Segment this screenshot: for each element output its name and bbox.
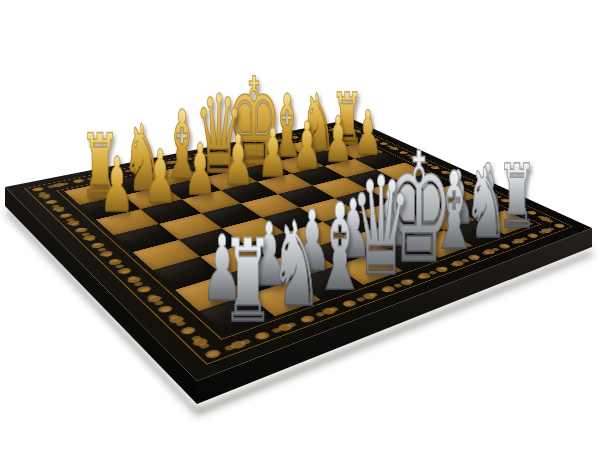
chess-set-photo: ♜♞♝♛♚♝♞♜♟♟♟♟♟♟♟♟♟♟♟♟♟♟♟♟♜♞♝♛♚♝♞♜ [0, 0, 600, 451]
